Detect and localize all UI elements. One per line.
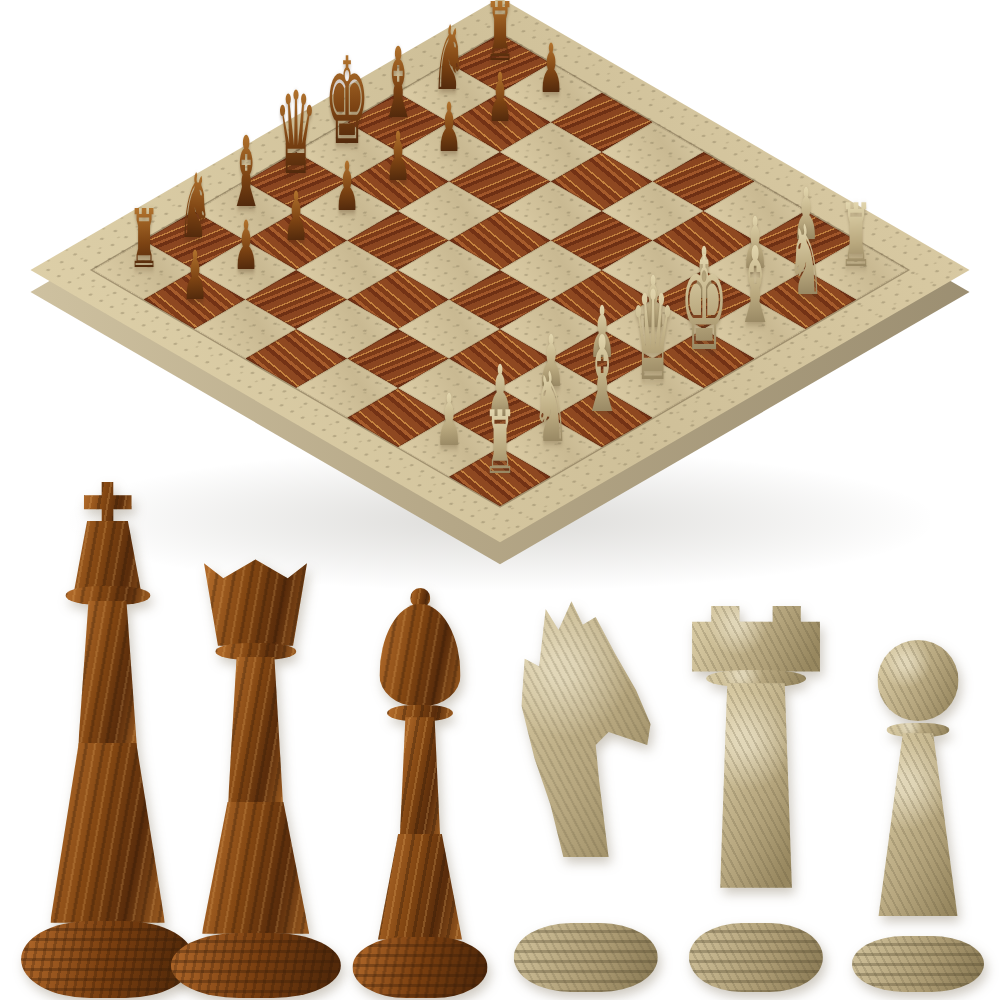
product-photo: ♜♞♝♛♚♝♞♜♟♟♟♟♟♟♟♟♟♟♟♟♟♟♟♟♜♞♝♛♚♝♞♜ [0,0,1000,1000]
queen-stem [228,657,284,809]
display-piece-queen [163,552,348,998]
display-piece-knight [502,596,670,992]
board-grid [93,34,908,506]
bishop-stem [400,717,441,840]
display-piece-pawn [843,640,993,992]
rook-base [689,923,823,992]
bishop-body [378,834,462,943]
king-cross-finial [83,482,131,526]
queen-crown-cup [202,552,309,646]
pawn-body [876,733,960,916]
king-body [50,743,165,929]
rook-battlement [692,606,820,672]
knight-horse-head [505,596,666,857]
pawn-base [852,936,984,992]
display-piece-bishop [345,588,495,998]
king-crown [61,521,154,591]
knight-base [514,923,658,992]
queen-base [170,933,340,998]
rook-body [720,683,792,888]
display-piece-rook [678,606,834,992]
bishop-mitre [380,604,461,707]
king-stem [78,601,137,751]
queen-body [202,802,309,938]
pawn-head [878,640,959,721]
bishop-base [353,937,488,999]
